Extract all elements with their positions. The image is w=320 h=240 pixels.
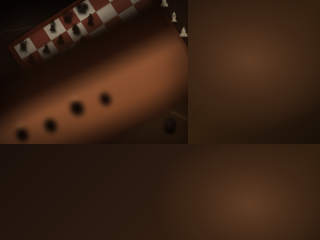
captured-piece-on-table xyxy=(164,118,176,134)
